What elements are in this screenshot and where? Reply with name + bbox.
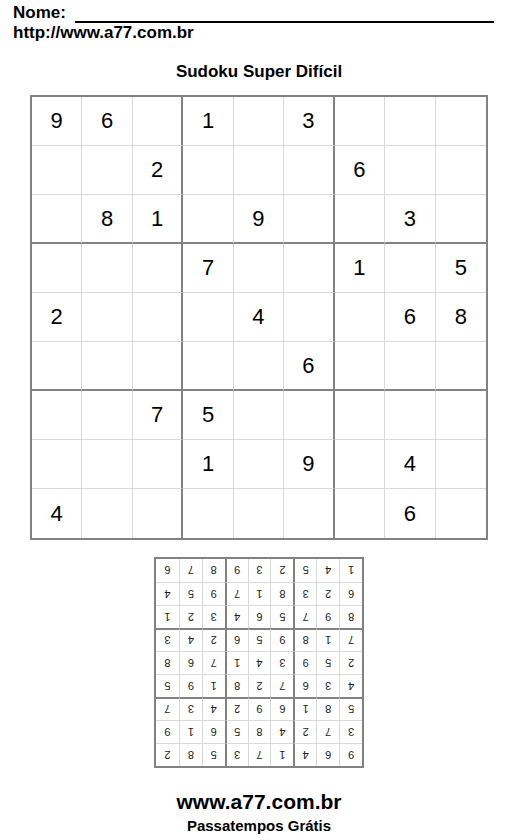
- solution-cell-r9c7: 8: [202, 559, 225, 582]
- solution-cell-r8c1: 6: [339, 582, 362, 605]
- solution-cell-r6c8: 4: [179, 628, 202, 651]
- puzzle-cell-r1c7[interactable]: [335, 97, 385, 146]
- solution-cell-r9c1: 1: [339, 559, 362, 582]
- solution-cell-r8c8: 5: [179, 582, 202, 605]
- puzzle-cell-r1c6[interactable]: 3: [284, 97, 334, 146]
- puzzle-cell-r5c5[interactable]: 4: [234, 293, 284, 342]
- solution-cell-r3c9: 7: [156, 697, 179, 720]
- puzzle-cell-r9c9[interactable]: [436, 489, 486, 538]
- solution-cell-r5c6: 1: [225, 651, 248, 674]
- name-label: Nome:: [13, 3, 66, 23]
- puzzle-cell-r6c5[interactable]: [234, 342, 284, 391]
- solution-cell-r5c7: 7: [202, 651, 225, 674]
- puzzle-cell-r1c9[interactable]: [436, 97, 486, 146]
- solution-cell-r7c6: 4: [225, 605, 248, 628]
- puzzle-cell-r2c6[interactable]: [284, 146, 334, 195]
- puzzle-cell-r4c3[interactable]: [133, 244, 183, 293]
- puzzle-cell-r1c1[interactable]: 9: [32, 97, 82, 146]
- puzzle-cell-r9c1[interactable]: 4: [32, 489, 82, 538]
- solution-cell-r7c8: 2: [179, 605, 202, 628]
- puzzle-cell-r3c9[interactable]: [436, 195, 486, 244]
- solution-cell-r2c6: 5: [225, 720, 248, 743]
- puzzle-cell-r8c3[interactable]: [133, 440, 183, 489]
- solution-cell-r5c1: 2: [339, 651, 362, 674]
- puzzle-cell-r7c1[interactable]: [32, 391, 82, 440]
- solution-cell-r3c8: 3: [179, 697, 202, 720]
- solution-cell-r3c2: 8: [316, 697, 339, 720]
- puzzle-cell-r3c1[interactable]: [32, 195, 82, 244]
- solution-cell-r1c6: 3: [225, 743, 248, 766]
- solution-cell-r9c4: 2: [270, 559, 293, 582]
- solution-cell-r2c8: 1: [179, 720, 202, 743]
- puzzle-cell-r5c1[interactable]: 2: [32, 293, 82, 342]
- footer-tagline: Passatempos Grátis: [0, 817, 518, 834]
- solution-cell-r6c3: 8: [293, 628, 316, 651]
- solution-cell-r9c3: 5: [293, 559, 316, 582]
- puzzle-cell-r1c4[interactable]: 1: [183, 97, 233, 146]
- solution-cell-r9c5: 3: [248, 559, 271, 582]
- page-title: Sudoku Super Difícil: [0, 62, 518, 82]
- solution-cell-r3c1: 5: [339, 697, 362, 720]
- puzzle-cell-r2c5[interactable]: [234, 146, 284, 195]
- solution-cell-r5c4: 3: [270, 651, 293, 674]
- solution-cell-r7c4: 5: [270, 605, 293, 628]
- puzzle-cell-r2c3[interactable]: 2: [133, 146, 183, 195]
- puzzle-cell-r2c7[interactable]: 6: [335, 146, 385, 195]
- puzzle-cell-r6c9[interactable]: [436, 342, 486, 391]
- solution-cell-r2c5: 8: [248, 720, 271, 743]
- solution-cell-r4c1: 4: [339, 674, 362, 697]
- puzzle-cell-r9c5[interactable]: [234, 489, 284, 538]
- solution-cell-r8c9: 4: [156, 582, 179, 605]
- solution-cell-r4c5: 2: [248, 674, 271, 697]
- puzzle-cell-r6c3[interactable]: [133, 342, 183, 391]
- puzzle-cell-r6c6[interactable]: 6: [284, 342, 334, 391]
- name-input-line[interactable]: [75, 2, 494, 23]
- solution-cell-r4c7: 1: [202, 674, 225, 697]
- puzzle-cell-r3c7[interactable]: [335, 195, 385, 244]
- solution-cell-r4c3: 6: [293, 674, 316, 697]
- puzzle-cell-r4c2[interactable]: [82, 244, 132, 293]
- solution-cell-r2c9: 9: [156, 720, 179, 743]
- puzzle-cell-r4c1[interactable]: [32, 244, 82, 293]
- solution-cell-r6c6: 6: [225, 628, 248, 651]
- puzzle-cell-r5c3[interactable]: [133, 293, 183, 342]
- puzzle-cell-r5c4[interactable]: [183, 293, 233, 342]
- puzzle-cell-r3c4[interactable]: [183, 195, 233, 244]
- solution-cell-r1c4: 1: [270, 743, 293, 766]
- puzzle-cell-r2c1[interactable]: [32, 146, 82, 195]
- solution-cell-r7c2: 9: [316, 605, 339, 628]
- puzzle-cell-r7c3[interactable]: 7: [133, 391, 183, 440]
- solution-cell-r6c1: 7: [339, 628, 362, 651]
- puzzle-cell-r8c8[interactable]: 4: [385, 440, 435, 489]
- solution-cell-r4c9: 5: [156, 674, 179, 697]
- puzzle-cell-r6c1[interactable]: [32, 342, 82, 391]
- solution-cell-r8c3: 3: [293, 582, 316, 605]
- puzzle-cell-r7c2[interactable]: [82, 391, 132, 440]
- solution-cell-r1c9: 2: [156, 743, 179, 766]
- solution-cell-r4c4: 7: [270, 674, 293, 697]
- puzzle-cell-r4c9[interactable]: 5: [436, 244, 486, 293]
- puzzle-cell-r6c7[interactable]: [335, 342, 385, 391]
- puzzle-cell-r5c7[interactable]: [335, 293, 385, 342]
- solution-cell-r7c7: 3: [202, 605, 225, 628]
- solution-cell-r9c2: 4: [316, 559, 339, 582]
- puzzle-cell-r7c9[interactable]: [436, 391, 486, 440]
- puzzle-cell-r3c8[interactable]: 3: [385, 195, 435, 244]
- puzzle-cell-r5c6[interactable]: [284, 293, 334, 342]
- puzzle-cell-r5c2[interactable]: [82, 293, 132, 342]
- solution-cell-r7c1: 8: [339, 605, 362, 628]
- puzzle-cell-r9c2[interactable]: [82, 489, 132, 538]
- solution-cell-r5c9: 8: [156, 651, 179, 674]
- solution-cell-r7c3: 7: [293, 605, 316, 628]
- solution-cell-r1c7: 5: [202, 743, 225, 766]
- puzzle-cell-r8c7[interactable]: [335, 440, 385, 489]
- solution-cell-r8c7: 9: [202, 582, 225, 605]
- puzzle-cell-r7c5[interactable]: [234, 391, 284, 440]
- solution-cell-r1c5: 7: [248, 743, 271, 766]
- puzzle-cell-r9c3[interactable]: [133, 489, 183, 538]
- solution-cell-r9c9: 6: [156, 559, 179, 582]
- site-url: http://www.a77.com.br: [13, 23, 194, 43]
- puzzle-cell-r9c4[interactable]: [183, 489, 233, 538]
- solution-cell-r1c3: 4: [293, 743, 316, 766]
- solution-cell-r6c4: 9: [270, 628, 293, 651]
- solution-cell-r5c8: 6: [179, 651, 202, 674]
- puzzle-cell-r7c8[interactable]: [385, 391, 435, 440]
- puzzle-cell-r2c9[interactable]: [436, 146, 486, 195]
- puzzle-cell-r1c2[interactable]: 6: [82, 97, 132, 146]
- solution-cell-r3c5: 9: [248, 697, 271, 720]
- puzzle-cell-r3c2[interactable]: 8: [82, 195, 132, 244]
- solution-cell-r1c2: 6: [316, 743, 339, 766]
- solution-cell-r6c7: 2: [202, 628, 225, 651]
- puzzle-cell-r5c8[interactable]: 6: [385, 293, 435, 342]
- solution-cell-r8c4: 8: [270, 582, 293, 605]
- puzzle-cell-r6c8[interactable]: [385, 342, 435, 391]
- solution-cell-r4c8: 9: [179, 674, 202, 697]
- puzzle-cell-r4c7[interactable]: 1: [335, 244, 385, 293]
- solution-cell-r2c7: 6: [202, 720, 225, 743]
- name-row: Nome:: [13, 2, 494, 23]
- solution-cell-r8c5: 1: [248, 582, 271, 605]
- solution-cell-r1c8: 8: [179, 743, 202, 766]
- solution-cell-r4c6: 8: [225, 674, 248, 697]
- footer-site: www.a77.com.br: [0, 790, 518, 814]
- puzzle-cell-r2c2[interactable]: [82, 146, 132, 195]
- solution-cell-r3c3: 1: [293, 697, 316, 720]
- puzzle-cell-r4c5[interactable]: [234, 244, 284, 293]
- solution-cell-r1c1: 9: [339, 743, 362, 766]
- solution-cell-r2c4: 4: [270, 720, 293, 743]
- solution-cell-r8c2: 2: [316, 582, 339, 605]
- solution-cell-r5c3: 9: [293, 651, 316, 674]
- solution-cell-r6c9: 3: [156, 628, 179, 651]
- solution-cell-r6c5: 5: [248, 628, 271, 651]
- solution-cell-r6c2: 1: [316, 628, 339, 651]
- solution-cell-r2c2: 7: [316, 720, 339, 743]
- solution-cell-r7c5: 6: [248, 605, 271, 628]
- solution-cell-r9c6: 9: [225, 559, 248, 582]
- puzzle-cell-r8c5[interactable]: [234, 440, 284, 489]
- puzzle-cell-r9c8[interactable]: 6: [385, 489, 435, 538]
- puzzle-cell-r8c4[interactable]: 1: [183, 440, 233, 489]
- puzzle-cell-r2c8[interactable]: [385, 146, 435, 195]
- puzzle-cell-r5c9[interactable]: 8: [436, 293, 486, 342]
- solution-cell-r7c9: 1: [156, 605, 179, 628]
- puzzle-cell-r3c5[interactable]: 9: [234, 195, 284, 244]
- puzzle-cell-r3c3[interactable]: 1: [133, 195, 183, 244]
- puzzle-cell-r9c6[interactable]: [284, 489, 334, 538]
- puzzle-cell-r4c6[interactable]: [284, 244, 334, 293]
- puzzle-cell-r6c2[interactable]: [82, 342, 132, 391]
- puzzle-cell-r1c3[interactable]: [133, 97, 183, 146]
- sudoku-solution-grid-rotated: 9641735823724856195816924374367281952593…: [154, 557, 364, 768]
- page: Nome: http://www.a77.com.br Sudoku Super…: [0, 0, 518, 840]
- puzzle-cell-r7c7[interactable]: [335, 391, 385, 440]
- puzzle-cell-r3c6[interactable]: [284, 195, 334, 244]
- puzzle-cell-r1c5[interactable]: [234, 97, 284, 146]
- sudoku-puzzle-grid: 9613268193715246867519446: [30, 95, 488, 540]
- solution-cell-r8c6: 7: [225, 582, 248, 605]
- puzzle-cell-r4c4[interactable]: 7: [183, 244, 233, 293]
- puzzle-cell-r4c8[interactable]: [385, 244, 435, 293]
- footer: www.a77.com.br Passatempos Grátis: [0, 790, 518, 834]
- puzzle-cell-r7c4[interactable]: 5: [183, 391, 233, 440]
- puzzle-cell-r8c1[interactable]: [32, 440, 82, 489]
- solution-cell-r5c2: 5: [316, 651, 339, 674]
- solution-cell-r2c3: 2: [293, 720, 316, 743]
- puzzle-cell-r8c9[interactable]: [436, 440, 486, 489]
- solution-cell-r3c7: 4: [202, 697, 225, 720]
- solution-cell-r9c8: 7: [179, 559, 202, 582]
- solution-cell-r3c4: 6: [270, 697, 293, 720]
- puzzle-cell-r8c2[interactable]: [82, 440, 132, 489]
- solution-cell-r2c1: 3: [339, 720, 362, 743]
- puzzle-cell-r2c4[interactable]: [183, 146, 233, 195]
- puzzle-cell-r6c4[interactable]: [183, 342, 233, 391]
- puzzle-cell-r1c8[interactable]: [385, 97, 435, 146]
- puzzle-cell-r8c6[interactable]: 9: [284, 440, 334, 489]
- solution-cell-r5c5: 4: [248, 651, 271, 674]
- puzzle-cell-r7c6[interactable]: [284, 391, 334, 440]
- solution-cell-r3c6: 2: [225, 697, 248, 720]
- puzzle-cell-r9c7[interactable]: [335, 489, 385, 538]
- solution-cell-r4c2: 3: [316, 674, 339, 697]
